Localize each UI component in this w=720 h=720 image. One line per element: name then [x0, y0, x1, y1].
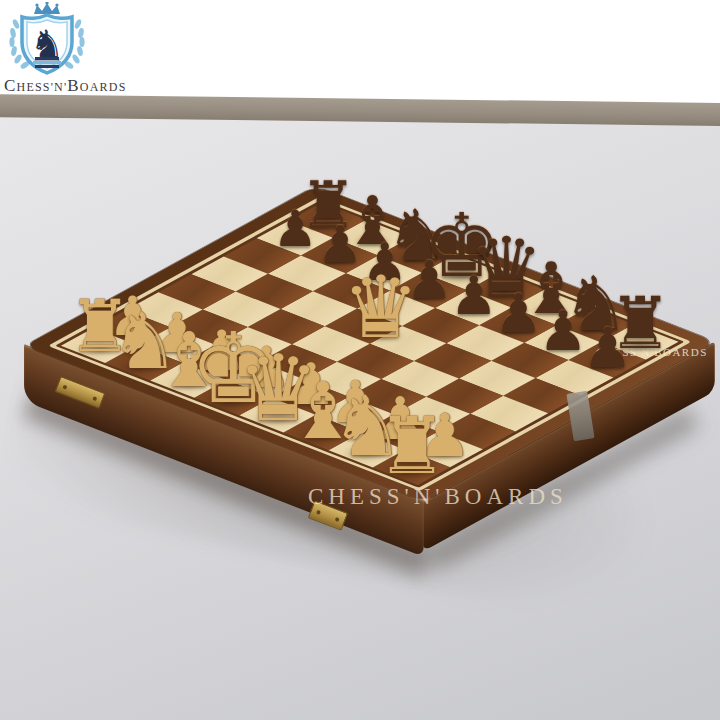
- piece-shadow: [325, 255, 355, 263]
- piece-shadow: [620, 340, 661, 351]
- piece-shadow: [482, 287, 530, 299]
- piece-shadow: [343, 447, 391, 459]
- piece-shadow: [250, 379, 283, 387]
- piece-shadow: [591, 359, 623, 367]
- piece-shadow: [436, 270, 487, 283]
- piece-shadow: [300, 430, 345, 442]
- piece-shadow: [167, 378, 211, 389]
- brand-logo: ♞ Chess'n'Boards: [4, 2, 179, 96]
- piece-shadow: [281, 238, 310, 246]
- piece-shadow: [574, 323, 618, 334]
- piece-shadow: [356, 329, 406, 342]
- piece-shadow: [339, 414, 373, 423]
- piece-shadow: [252, 412, 305, 426]
- product-photo-stage: ♜♞♝♛♚♞♝♜♟♟♟♟♟♟♟♟♛♟♟♟♟♟♟♟♟♜♞♝♛♚♝♞♜ Chess'…: [0, 0, 720, 720]
- piece-shadow: [397, 253, 438, 264]
- piece-shadow: [205, 394, 261, 409]
- piece-shadow: [389, 465, 435, 477]
- piece-shadow: [79, 344, 120, 355]
- piece-shadow: [427, 449, 462, 458]
- piece-shadow: [414, 290, 444, 298]
- logo-emblem: ♞: [4, 2, 90, 76]
- piece-shadow: [309, 219, 346, 229]
- piece-shadow: [503, 325, 534, 333]
- piece-shadow: [530, 306, 571, 317]
- brand-name: Chess'n'Boards: [4, 76, 179, 96]
- front-watermark: Chess'n'Boards: [308, 484, 568, 510]
- piece-shadow: [161, 345, 193, 353]
